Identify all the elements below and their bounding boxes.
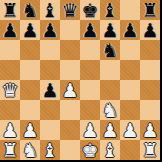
- square-f6[interactable]: ♞: [100, 40, 120, 60]
- square-f4[interactable]: [100, 80, 120, 100]
- piece-white-king: ♚: [81, 140, 98, 160]
- square-f2[interactable]: ♟: [100, 120, 120, 140]
- board-frame: ♜♞♝♛♚♝♜♟♟♟♟♟♟♟♞♛♟♟♞♟♟♟♟♟♟♜♞♝♚♝♜: [0, 0, 162, 162]
- square-g4[interactable]: [120, 80, 140, 100]
- piece-black-bishop: ♝: [101, 0, 118, 20]
- piece-black-pawn: ♟: [1, 20, 18, 40]
- square-a1[interactable]: ♜: [0, 140, 20, 160]
- square-g1[interactable]: [120, 140, 140, 160]
- piece-black-knight: ♞: [101, 40, 118, 60]
- piece-black-pawn: ♟: [41, 20, 58, 40]
- piece-black-bishop: ♝: [41, 0, 58, 20]
- square-c1[interactable]: ♝: [40, 140, 60, 160]
- square-f5[interactable]: [100, 60, 120, 80]
- piece-black-rook: ♜: [141, 0, 158, 20]
- piece-black-pawn: ♟: [141, 20, 158, 40]
- piece-white-bishop: ♝: [41, 140, 58, 160]
- square-b8[interactable]: ♞: [20, 0, 40, 20]
- square-e6[interactable]: [80, 40, 100, 60]
- piece-white-pawn: ♟: [21, 120, 38, 140]
- piece-white-pawn: ♟: [101, 120, 118, 140]
- square-g3[interactable]: [120, 100, 140, 120]
- piece-white-bishop: ♝: [101, 140, 118, 160]
- square-e1[interactable]: ♚: [80, 140, 100, 160]
- piece-white-pawn: ♟: [141, 120, 158, 140]
- square-a3[interactable]: [0, 100, 20, 120]
- piece-white-pawn: ♟: [81, 120, 98, 140]
- square-b6[interactable]: [20, 40, 40, 60]
- square-b5[interactable]: [20, 60, 40, 80]
- square-d6[interactable]: [60, 40, 80, 60]
- square-b1[interactable]: ♞: [20, 140, 40, 160]
- square-e8[interactable]: ♚: [80, 0, 100, 20]
- square-a2[interactable]: ♟: [0, 120, 20, 140]
- square-f7[interactable]: ♟: [100, 20, 120, 40]
- piece-black-queen: ♛: [61, 0, 78, 20]
- square-g8[interactable]: [120, 0, 140, 20]
- square-a6[interactable]: [0, 40, 20, 60]
- square-g2[interactable]: ♟: [120, 120, 140, 140]
- square-b4[interactable]: [20, 80, 40, 100]
- square-e2[interactable]: ♟: [80, 120, 100, 140]
- piece-white-rook: ♜: [141, 140, 158, 160]
- piece-white-knight: ♞: [21, 140, 38, 160]
- square-d2[interactable]: [60, 120, 80, 140]
- square-c6[interactable]: [40, 40, 60, 60]
- piece-black-rook: ♜: [1, 0, 18, 20]
- piece-white-knight: ♞: [101, 100, 118, 120]
- square-c7[interactable]: ♟: [40, 20, 60, 40]
- square-h4[interactable]: [140, 80, 160, 100]
- square-e7[interactable]: ♟: [80, 20, 100, 40]
- square-d7[interactable]: [60, 20, 80, 40]
- square-c8[interactable]: ♝: [40, 0, 60, 20]
- square-b7[interactable]: ♟: [20, 20, 40, 40]
- square-g6[interactable]: [120, 40, 140, 60]
- square-d3[interactable]: [60, 100, 80, 120]
- square-h7[interactable]: ♟: [140, 20, 160, 40]
- square-d8[interactable]: ♛: [60, 0, 80, 20]
- square-e4[interactable]: [80, 80, 100, 100]
- square-e3[interactable]: [80, 100, 100, 120]
- piece-black-pawn: ♟: [81, 20, 98, 40]
- square-d5[interactable]: [60, 60, 80, 80]
- piece-black-pawn: ♟: [101, 20, 118, 40]
- square-g5[interactable]: [120, 60, 140, 80]
- square-b2[interactable]: ♟: [20, 120, 40, 140]
- square-d1[interactable]: [60, 140, 80, 160]
- square-b3[interactable]: [20, 100, 40, 120]
- square-c5[interactable]: [40, 60, 60, 80]
- square-a5[interactable]: [0, 60, 20, 80]
- square-f3[interactable]: ♞: [100, 100, 120, 120]
- square-h3[interactable]: [140, 100, 160, 120]
- piece-black-king: ♚: [81, 0, 98, 20]
- square-a7[interactable]: ♟: [0, 20, 20, 40]
- square-h1[interactable]: ♜: [140, 140, 160, 160]
- square-h6[interactable]: [140, 40, 160, 60]
- square-a4[interactable]: ♛: [0, 80, 20, 100]
- square-h5[interactable]: [140, 60, 160, 80]
- square-c3[interactable]: [40, 100, 60, 120]
- piece-white-queen: ♛: [1, 80, 18, 100]
- piece-white-pawn: ♟: [121, 120, 138, 140]
- piece-black-pawn: ♟: [121, 20, 138, 40]
- square-g7[interactable]: ♟: [120, 20, 140, 40]
- piece-white-pawn: ♟: [61, 80, 78, 100]
- square-c2[interactable]: [40, 120, 60, 140]
- chess-board: ♜♞♝♛♚♝♜♟♟♟♟♟♟♟♞♛♟♟♞♟♟♟♟♟♟♜♞♝♚♝♜: [0, 0, 160, 160]
- piece-white-pawn: ♟: [1, 120, 18, 140]
- piece-black-pawn: ♟: [41, 80, 58, 100]
- square-h8[interactable]: ♜: [140, 0, 160, 20]
- piece-black-pawn: ♟: [21, 20, 38, 40]
- square-f8[interactable]: ♝: [100, 0, 120, 20]
- square-h2[interactable]: ♟: [140, 120, 160, 140]
- square-f1[interactable]: ♝: [100, 140, 120, 160]
- square-a8[interactable]: ♜: [0, 0, 20, 20]
- square-e5[interactable]: [80, 60, 100, 80]
- piece-white-rook: ♜: [1, 140, 18, 160]
- square-c4[interactable]: ♟: [40, 80, 60, 100]
- square-d4[interactable]: ♟: [60, 80, 80, 100]
- piece-black-knight: ♞: [21, 0, 38, 20]
